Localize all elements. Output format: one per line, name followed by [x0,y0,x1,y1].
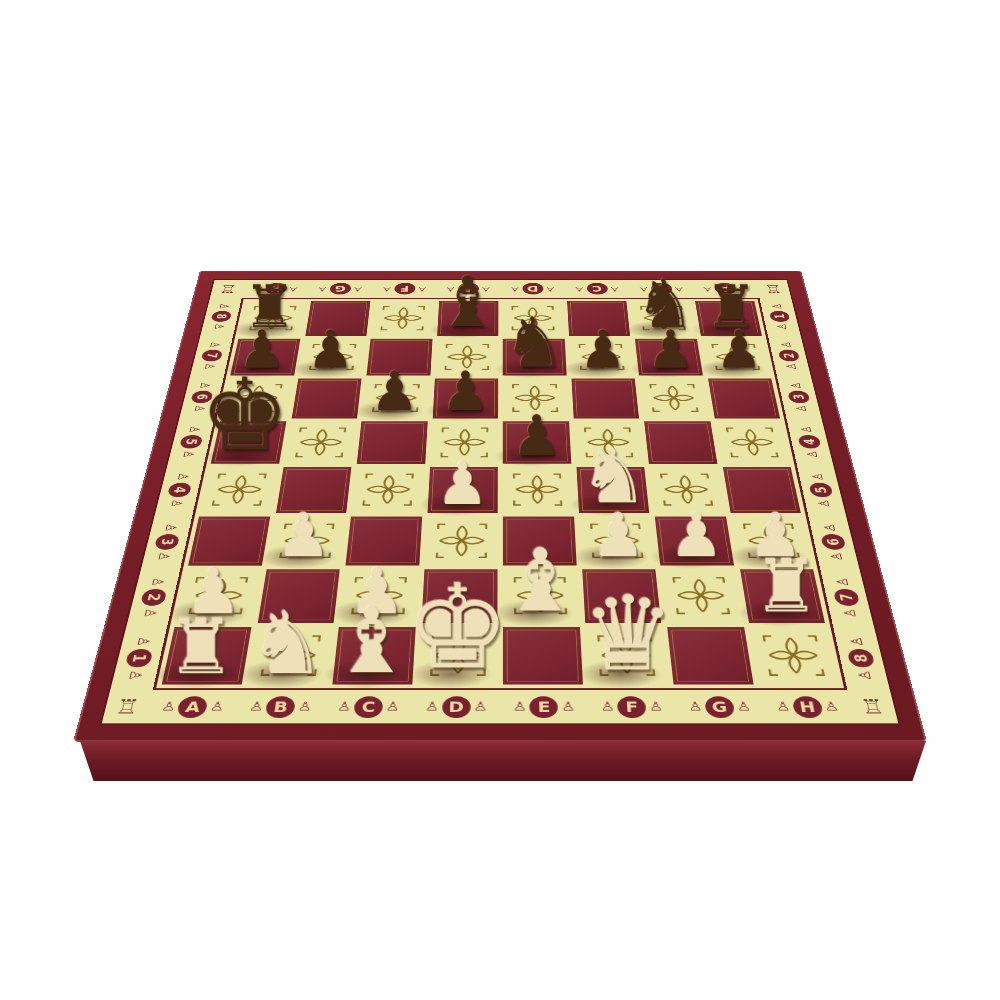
square-b1[interactable]: ♞ [247,627,333,685]
coordinate-label: 8 [211,311,233,322]
piece-white-pawn-f3[interactable]: ♟ [591,508,645,565]
decor-pawn-icon: ♙ [848,637,865,647]
coordinate-label: F [393,283,415,295]
box-front-face [80,741,926,781]
coordinate-label: G [704,696,735,718]
corner-rook-icon: ♖ [102,690,153,723]
decor-pawn-icon: ♙ [856,670,874,680]
decor-pawn-icon: ♙ [648,701,663,713]
square-g6[interactable] [639,378,709,418]
coordinate-label: 4 [167,483,192,497]
decor-pawn-icon: ♙ [513,701,527,713]
square-d6[interactable]: ♟ [432,378,498,418]
coordinate-label: 2 [140,589,168,606]
coordinate-label: D [442,696,471,718]
border-label-cell: ♙G♙ [306,280,373,298]
coordinate-label: 3 [154,534,180,550]
square-g1[interactable] [667,627,753,685]
piece-black-pawn-c6[interactable]: ♟ [370,366,419,417]
square-c5[interactable] [357,421,428,464]
chess-board: ♖ ♙H♙♙G♙♙F♙♙E♙♙D♙♙C♙♙B♙♙A♙ ♖ ♙8♙♙7♙♙6♙♙5… [73,271,927,742]
product-photo-scene: ♖ ♙H♙♙G♙♙F♙♙E♙♙D♙♙C♙♙B♙♙A♙ ♖ ♙8♙♙7♙♙6♙♙5… [0,0,1000,1000]
decor-pawn-icon: ♙ [785,363,799,370]
piece-white-pawn-d4[interactable]: ♟ [436,457,488,512]
decor-pawn-icon: ♙ [561,701,576,713]
decor-pawn-icon: ♙ [829,552,845,561]
square-f6[interactable] [571,378,639,418]
decor-pawn-icon: ♙ [352,286,363,292]
piece-black-pawn-d6[interactable]: ♟ [441,366,490,417]
square-b3[interactable]: ♟ [267,516,346,565]
coordinate-label: C [586,283,608,295]
rosette-ornament-icon [291,425,349,459]
coordinate-label: 6 [820,534,846,550]
square-e4[interactable] [503,467,574,513]
rosette-ornament-icon [510,471,567,508]
decor-pawn-icon: ♙ [574,286,585,292]
decor-pawn-icon: ♙ [510,286,520,292]
coordinate-label: 1 [125,649,154,667]
decor-pawn-icon: ♙ [141,609,158,619]
piece-white-rook-a1[interactable]: ♜ [168,612,236,684]
square-g5[interactable] [644,421,717,464]
piece-white-pawn-b3[interactable]: ♟ [276,508,330,565]
coordinate-label: 1 [769,311,791,322]
decor-pawn-icon: ♙ [789,382,803,389]
square-e1[interactable] [503,627,583,685]
decor-pawn-icon: ♙ [835,578,852,587]
decor-pawn-icon: ♙ [810,473,825,481]
square-h6[interactable] [708,378,780,418]
decor-pawn-icon: ♙ [688,701,704,713]
decor-pawn-icon: ♙ [473,701,487,713]
piece-black-pawn-f7[interactable]: ♟ [579,325,626,375]
decor-pawn-icon: ♙ [198,382,212,389]
coordinate-label: A [176,696,209,718]
decor-pawn-icon: ♙ [163,523,179,531]
square-d1[interactable]: ♚ [418,627,498,685]
border-label-cell: ♙H♙ [761,690,855,723]
coordinate-label: B [265,696,296,718]
board-border-frame: ♖ ♙H♙♙G♙♙F♙♙E♙♙D♙♙C♙♙B♙♙A♙ ♖ ♙8♙♙7♙♙6♙♙5… [99,279,900,725]
rosette-ornament-icon [208,471,271,508]
coordinate-label: E [530,696,559,718]
piece-white-bishop-e2[interactable]: ♝ [502,539,580,622]
rosette-ornament-icon [669,574,735,617]
decor-pawn-icon: ♙ [187,426,202,433]
border-label-cell: ♙F♙ [587,690,678,723]
corner-rook-icon: ♖ [847,690,898,723]
coordinate-label: 2 [778,349,800,361]
decor-pawn-icon: ♙ [202,363,216,370]
decor-pawn-icon: ♙ [169,499,185,507]
decor-pawn-icon: ♙ [156,552,172,561]
decor-pawn-icon: ♙ [381,286,392,292]
border-label-cell: ♙B♙ [234,690,326,723]
coordinate-label: C [353,696,383,718]
coordinate-label: G [329,283,351,295]
corner-rook-icon: ♖ [755,280,791,298]
decor-pawn-icon: ♙ [192,405,206,412]
decor-pawn-icon: ♙ [417,286,428,292]
decor-pawn-icon: ♙ [385,701,400,713]
square-c8[interactable] [371,301,434,336]
decor-pawn-icon: ♙ [816,499,832,507]
piece-white-pawn-g3[interactable]: ♟ [670,508,724,565]
piece-black-king-a5[interactable]: ♚ [200,368,289,463]
square-b7[interactable]: ♟ [298,338,366,375]
coordinate-label: 4 [797,435,821,448]
square-h1[interactable] [749,627,838,685]
decor-pawn-icon: ♙ [736,701,752,713]
square-f1[interactable]: ♛ [585,627,668,685]
square-c6[interactable]: ♟ [362,378,430,418]
piece-white-knight-b1[interactable]: ♞ [248,601,326,683]
decor-pawn-icon: ♙ [842,609,859,619]
board-wood-rim: ♖ ♙H♙♙G♙♙F♙♙E♙♙D♙♙C♙♙B♙♙A♙ ♖ ♙8♙♙7♙♙6♙♙5… [73,271,927,742]
coordinate-label: 3 [787,391,810,404]
decor-pawn-icon: ♙ [212,323,225,329]
decor-pawn-icon: ♙ [134,637,151,647]
decor-pawn-icon: ♙ [609,286,620,292]
border-label-cell: ♙C♙ [323,690,414,723]
rosette-ornament-icon [758,632,829,678]
rosette-ornament-icon [377,304,428,332]
square-g7[interactable]: ♟ [635,338,703,375]
square-c1[interactable]: ♝ [332,627,415,685]
decor-pawn-icon: ♙ [126,670,144,680]
square-g3[interactable]: ♟ [655,516,734,565]
border-label-cell: ♙D♙ [411,690,500,723]
square-a4[interactable] [200,467,278,513]
coordinate-label: 8 [847,649,876,667]
piece-black-bishop-d8[interactable]: ♝ [436,269,499,335]
coordinate-label: D [522,283,543,295]
coordinate-label: 5 [808,483,833,497]
square-h7[interactable]: ♟ [701,338,771,375]
square-e5[interactable]: ♟ [503,421,571,464]
square-f7[interactable]: ♟ [569,338,635,375]
square-f3[interactable]: ♟ [579,516,655,565]
coordinate-label: 7 [833,589,861,606]
piece-white-queen-f1[interactable]: ♛ [582,586,674,684]
decor-pawn-icon: ♙ [208,341,222,347]
piece-black-pawn-g7[interactable]: ♟ [647,325,694,375]
square-b5[interactable] [284,421,357,464]
decor-pawn-icon: ♙ [175,473,190,481]
square-e2[interactable]: ♝ [503,569,579,622]
square-d3[interactable] [424,516,498,565]
rosette-ornament-icon [432,521,491,560]
decor-pawn-icon: ♙ [805,451,820,459]
decor-pawn-icon: ♙ [217,303,230,309]
decor-pawn-icon: ♙ [822,523,838,531]
decor-pawn-icon: ♙ [209,701,225,713]
decor-pawn-icon: ♙ [795,405,809,412]
corner-rook-icon: ♖ [210,280,246,298]
square-d4[interactable]: ♟ [427,467,498,513]
piece-black-pawn-h7[interactable]: ♟ [715,325,762,375]
rosette-ornament-icon [359,471,418,508]
border-label-cell: ♙F♙ [371,280,437,298]
square-c4[interactable] [351,467,424,513]
decor-pawn-icon: ♙ [181,451,196,459]
border-label-cell: ♙E♙ [500,690,589,723]
decor-pawn-icon: ♙ [600,701,615,713]
square-d8[interactable]: ♝ [437,301,499,336]
square-a1[interactable]: ♜ [162,627,251,685]
decor-pawn-icon: ♙ [780,341,794,347]
piece-white-rook-h2[interactable]: ♜ [754,553,819,622]
decor-pawn-icon: ♙ [775,323,788,329]
decor-pawn-icon: ♙ [337,701,352,713]
decor-pawn-icon: ♙ [799,426,814,433]
coordinate-label: H [791,696,824,718]
square-a5[interactable]: ♚ [211,421,286,464]
square-h2[interactable]: ♜ [740,569,825,622]
square-b6[interactable] [291,378,361,418]
decor-pawn-icon: ♙ [297,701,313,713]
square-e7[interactable]: ♞ [503,338,567,375]
decor-pawn-icon: ♙ [149,578,166,587]
border-label-cell: ♙C♙ [564,280,630,298]
piece-black-pawn-b7[interactable]: ♟ [307,325,354,375]
playfield: ♜♝♞♜♟♟♞♟♟♟♟♟♚♟♟♞♟♟♟♟♟♟♝♜♜♞♝♚♛ [153,298,848,691]
decor-pawn-icon: ♙ [545,286,556,292]
piece-white-king-d1[interactable]: ♚ [405,573,510,684]
decor-pawn-icon: ♙ [775,701,791,713]
piece-white-bishop-c1[interactable]: ♝ [332,598,413,684]
decor-pawn-icon: ♙ [771,303,784,309]
square-h5[interactable] [715,421,790,464]
decor-pawn-icon: ♙ [823,701,840,713]
coordinate-label: F [617,696,647,718]
border-label-cell: ♙A♙ [145,690,239,723]
piece-black-knight-e7[interactable]: ♞ [503,309,565,375]
perspective-wrapper: ♖ ♙H♙♙G♙♙F♙♙E♙♙D♙♙C♙♙B♙♙A♙ ♖ ♙8♙♙7♙♙6♙♙5… [0,0,1000,1000]
piece-black-pawn-e5[interactable]: ♟ [512,410,562,463]
decor-pawn-icon: ♙ [249,701,265,713]
decor-pawn-icon: ♙ [425,701,440,713]
border-bottom-letters: ♙A♙♙B♙♙C♙♙D♙♙E♙♙F♙♙G♙♙H♙ [145,690,855,723]
decor-pawn-icon: ♙ [160,701,177,713]
border-label-cell: ♙G♙ [674,690,766,723]
decor-pawn-icon: ♙ [317,286,328,292]
rosette-ornament-icon [722,425,782,459]
border-label-cell: ♙D♙ [501,280,566,298]
rosette-ornament-icon [646,382,702,414]
